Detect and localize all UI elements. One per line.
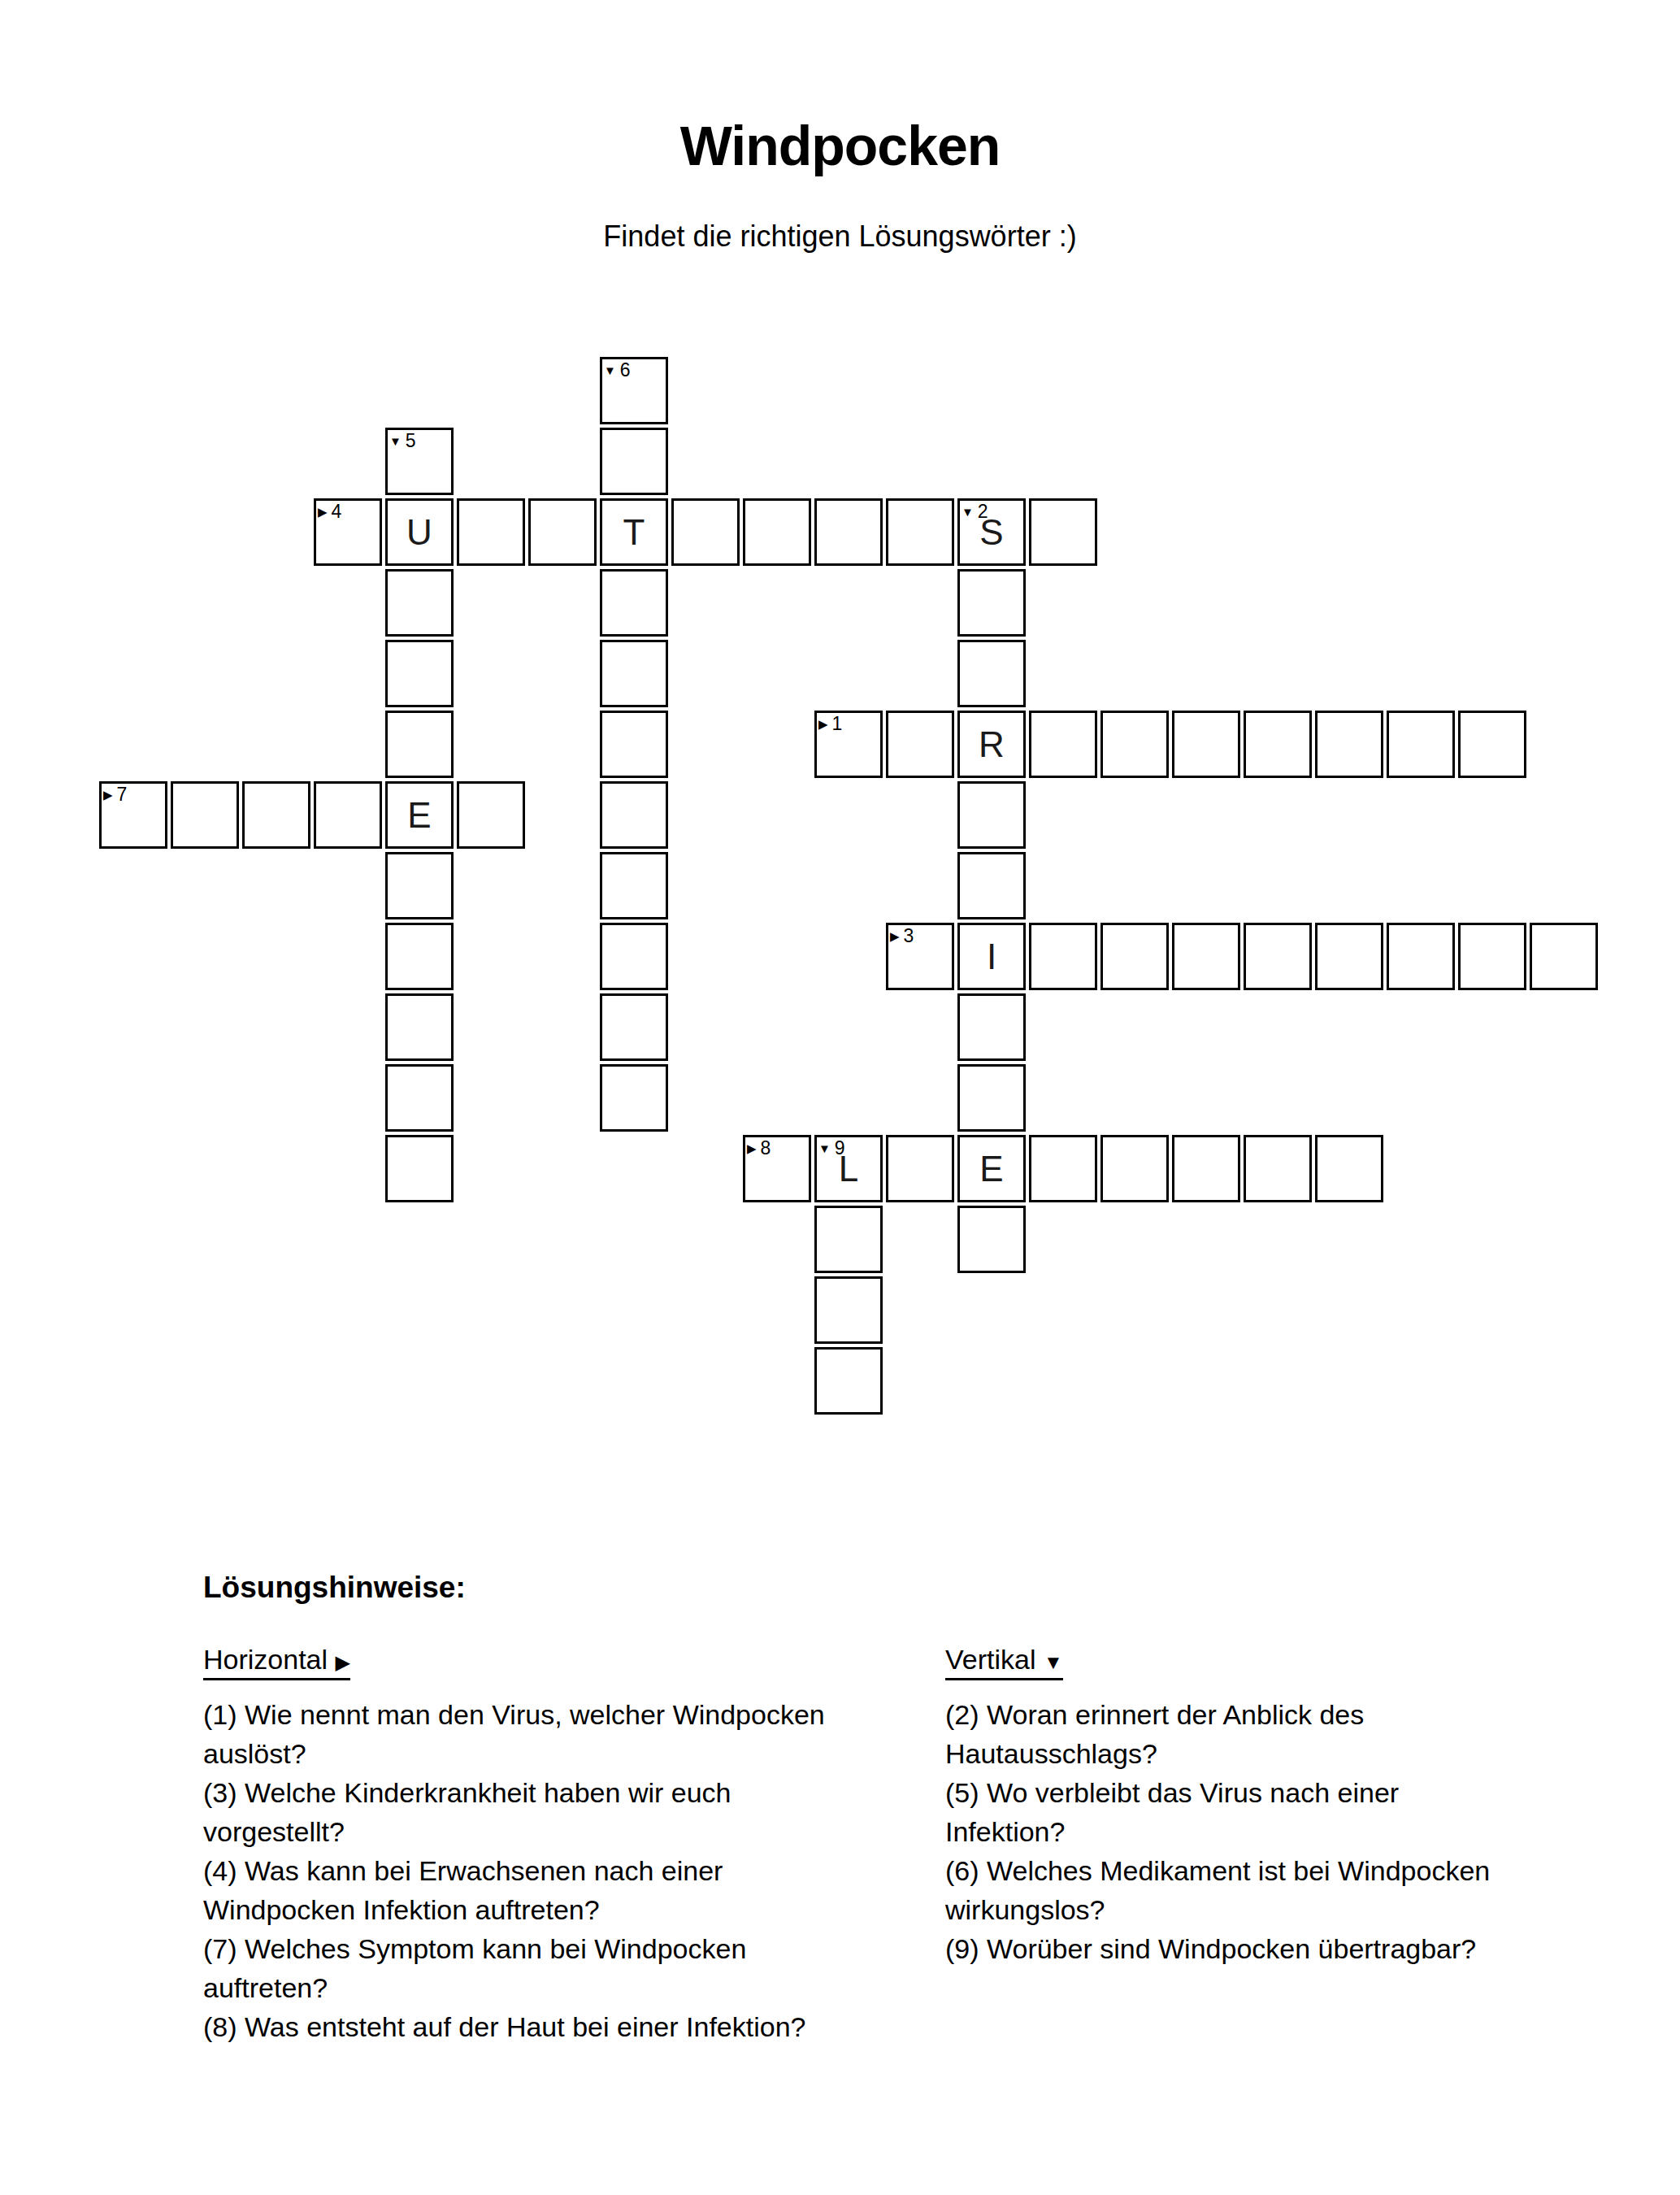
cell-letter: I — [987, 939, 996, 975]
hints-heading: Lösungshinweise: — [203, 1571, 466, 1605]
arrow-down-icon: ▼ — [962, 506, 974, 518]
grid-cell[interactable] — [528, 498, 597, 566]
grid-cell[interactable] — [1100, 711, 1169, 778]
clue-line: (8) Was entsteht auf der Haut bei einer … — [203, 2007, 927, 2046]
horizontal-clues-header: Horizontal ▶ — [203, 1644, 350, 1680]
grid-cell[interactable] — [1244, 1135, 1312, 1202]
grid-cell[interactable] — [385, 569, 454, 637]
marker-number: 8 — [761, 1139, 771, 1158]
clue-marker: ▶7 — [103, 785, 127, 804]
grid-cell[interactable]: ▶8 — [743, 1135, 811, 1202]
grid-cell[interactable]: E — [957, 1135, 1026, 1202]
grid-cell[interactable] — [600, 569, 668, 637]
grid-cell[interactable] — [957, 781, 1026, 849]
marker-number: 1 — [832, 715, 843, 733]
grid-cell[interactable] — [457, 498, 525, 566]
vertical-header-label: Vertikal — [945, 1644, 1036, 1675]
clue-line: Windpocken Infektion auftreten? — [203, 1890, 927, 1929]
grid-cell[interactable] — [886, 711, 954, 778]
grid-cell[interactable] — [957, 569, 1026, 637]
arrow-down-icon: ▼ — [389, 435, 402, 447]
clue-line: vorgestellt? — [203, 1812, 927, 1851]
grid-cell[interactable]: ▼5 — [385, 428, 454, 495]
grid-cell[interactable] — [600, 1064, 668, 1132]
horizontal-header-label: Horizontal — [203, 1644, 328, 1675]
grid-cell[interactable] — [385, 923, 454, 990]
clue-line: (7) Welches Symptom kann bei Windpocken — [203, 1929, 927, 1968]
grid-cell[interactable] — [600, 993, 668, 1061]
grid-cell[interactable] — [957, 993, 1026, 1061]
grid-cell[interactable] — [1172, 1135, 1240, 1202]
clue-line: (2) Woran erinnert der Anblick des — [945, 1695, 1604, 1734]
grid-cell[interactable]: I — [957, 923, 1026, 990]
arrow-right-icon: ▶ — [818, 718, 828, 730]
grid-cell[interactable] — [957, 1064, 1026, 1132]
clue-line: (3) Welche Kinderkrankheit haben wir euc… — [203, 1773, 927, 1812]
clue-line: Hautausschlags? — [945, 1734, 1604, 1773]
clue-marker: ▼9 — [818, 1139, 845, 1158]
grid-cell[interactable]: ▼6 — [600, 357, 668, 424]
grid-cell[interactable] — [814, 498, 883, 566]
arrow-right-icon: ▶ — [747, 1142, 757, 1154]
page-title: Windpocken — [0, 114, 1680, 177]
cell-letter: E — [407, 798, 431, 833]
grid-cell[interactable] — [814, 1276, 883, 1344]
cell-letter: R — [979, 727, 1005, 763]
clue-line: Infektion? — [945, 1812, 1604, 1851]
marker-number: 3 — [904, 927, 914, 945]
grid-cell[interactable] — [385, 1135, 454, 1202]
grid-cell[interactable]: U — [385, 498, 454, 566]
grid-cell[interactable] — [385, 993, 454, 1061]
grid-cell[interactable] — [886, 1135, 954, 1202]
grid-cell[interactable]: L▼9 — [814, 1135, 883, 1202]
clue-line: (4) Was kann bei Erwachsenen nach einer — [203, 1851, 927, 1890]
grid-cell[interactable] — [242, 781, 310, 849]
clue-marker: ▼5 — [389, 432, 416, 450]
grid-cell[interactable] — [886, 498, 954, 566]
arrow-down-icon: ▼ — [604, 364, 616, 376]
grid-cell[interactable] — [1315, 711, 1383, 778]
grid-cell[interactable] — [957, 852, 1026, 919]
arrow-right-icon: ▶ — [103, 789, 113, 801]
grid-cell[interactable] — [600, 781, 668, 849]
vertical-clues-column: Vertikal ▼ (2) Woran erinnert der Anblic… — [945, 1644, 1604, 1968]
grid-cell[interactable] — [457, 781, 525, 849]
grid-cell[interactable]: T — [600, 498, 668, 566]
clue-marker: ▼6 — [604, 361, 631, 380]
grid-cell[interactable]: ▶4 — [314, 498, 382, 566]
grid-cell[interactable] — [314, 781, 382, 849]
marker-number: 6 — [620, 361, 631, 380]
grid-cell[interactable] — [1244, 923, 1312, 990]
grid-cell[interactable] — [1315, 1135, 1383, 1202]
grid-cell[interactable] — [1029, 498, 1097, 566]
grid-cell[interactable] — [600, 640, 668, 707]
grid-cell[interactable] — [1530, 923, 1598, 990]
cell-letter: T — [623, 515, 645, 550]
cell-letter: E — [979, 1151, 1003, 1187]
clue-marker: ▶1 — [818, 715, 842, 733]
grid-cell[interactable] — [1029, 923, 1097, 990]
grid-cell[interactable] — [671, 498, 740, 566]
clue-line: auftreten? — [203, 1968, 927, 2007]
clue-marker: ▼2 — [962, 502, 988, 521]
clue-line: (6) Welches Medikament ist bei Windpocke… — [945, 1851, 1604, 1890]
grid-cell[interactable] — [600, 428, 668, 495]
grid-cell[interactable] — [1172, 711, 1240, 778]
marker-number: 5 — [406, 432, 416, 450]
grid-cell[interactable] — [743, 498, 811, 566]
grid-cell[interactable] — [957, 1206, 1026, 1273]
marker-number: 7 — [117, 785, 128, 804]
grid-cell[interactable] — [600, 852, 668, 919]
horizontal-clue-list: (1) Wie nennt man den Virus, welcher Win… — [203, 1695, 927, 2046]
grid-cell[interactable]: E — [385, 781, 454, 849]
grid-cell[interactable] — [957, 640, 1026, 707]
grid-cell[interactable] — [1100, 1135, 1169, 1202]
horizontal-clues-column: Horizontal ▶ (1) Wie nennt man den Virus… — [203, 1644, 927, 2046]
grid-cell[interactable]: S▼2 — [957, 498, 1026, 566]
vertical-clue-list: (2) Woran erinnert der Anblick desHautau… — [945, 1695, 1604, 1968]
grid-cell[interactable] — [1172, 923, 1240, 990]
clue-line: wirkungslos? — [945, 1890, 1604, 1929]
marker-number: 4 — [332, 502, 342, 521]
clue-marker: ▶3 — [890, 927, 914, 945]
grid-cell[interactable] — [1387, 711, 1455, 778]
grid-cell[interactable]: ▶1 — [814, 711, 883, 778]
marker-number: 9 — [835, 1139, 845, 1158]
arrow-down-icon: ▼ — [818, 1142, 831, 1154]
arrow-down-icon: ▼ — [1044, 1651, 1063, 1673]
clue-line: (9) Worüber sind Windpocken übertragbar? — [945, 1929, 1604, 1968]
page-header: Windpocken Findet die richtigen Lösungsw… — [0, 114, 1680, 254]
grid-cell[interactable] — [385, 1064, 454, 1132]
grid-cell[interactable] — [385, 711, 454, 778]
clue-marker: ▶8 — [747, 1139, 771, 1158]
grid-cell[interactable] — [1315, 923, 1383, 990]
vertical-clues-header: Vertikal ▼ — [945, 1644, 1063, 1680]
grid-cell[interactable] — [1458, 711, 1526, 778]
crossword-grid: ▼6▼5▶4UTS▼2▶1R▶7E▶3I▶8L▼9E — [99, 357, 1598, 1415]
grid-cell[interactable]: ▶7 — [99, 781, 167, 849]
grid-cell[interactable] — [385, 852, 454, 919]
grid-cell[interactable] — [814, 1206, 883, 1273]
grid-cell[interactable] — [171, 781, 239, 849]
grid-cell[interactable] — [1029, 1135, 1097, 1202]
arrow-right-icon: ▶ — [890, 930, 900, 942]
page-subtitle: Findet die richtigen Lösungswörter :) — [0, 219, 1680, 254]
cell-letter: U — [406, 515, 432, 550]
clue-line: (5) Wo verbleibt das Virus nach einer — [945, 1773, 1604, 1812]
grid-cell[interactable] — [600, 923, 668, 990]
clue-line: auslöst? — [203, 1734, 927, 1773]
grid-cell[interactable] — [600, 711, 668, 778]
grid-cell[interactable] — [1100, 923, 1169, 990]
marker-number: 2 — [978, 502, 988, 521]
grid-cell[interactable]: ▶3 — [886, 923, 954, 990]
grid-cell[interactable] — [385, 640, 454, 707]
grid-cell[interactable] — [814, 1347, 883, 1415]
grid-cell[interactable]: R — [957, 711, 1026, 778]
grid-cell[interactable] — [1029, 711, 1097, 778]
clue-marker: ▶4 — [318, 502, 341, 521]
grid-cell[interactable] — [1244, 711, 1312, 778]
arrow-right-icon: ▶ — [336, 1651, 350, 1673]
clue-line: (1) Wie nennt man den Virus, welcher Win… — [203, 1695, 927, 1734]
grid-cell[interactable] — [1387, 923, 1455, 990]
arrow-right-icon: ▶ — [318, 506, 328, 518]
grid-cell[interactable] — [1458, 923, 1526, 990]
